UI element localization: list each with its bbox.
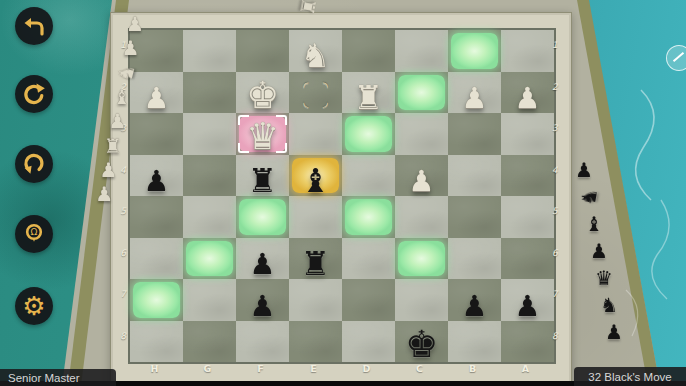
square-f6[interactable]: ♟ [236, 238, 289, 280]
rank-label-right-2: 2 [552, 82, 568, 92]
file-label-G: G [181, 363, 234, 374]
square-g8[interactable] [183, 321, 236, 363]
captured-black-B-2: ♝ [585, 214, 603, 234]
brush-icon[interactable] [666, 45, 686, 71]
square-c2[interactable] [395, 72, 448, 114]
rank-label-left-6: 6 [110, 248, 126, 258]
square-c5[interactable] [395, 196, 448, 238]
turn-left-arrow-icon [22, 14, 46, 38]
gear-icon: ⚙ [22, 293, 45, 319]
legal-move-highlight-h7 [133, 282, 180, 318]
piece-bP-h4[interactable]: ♟ [130, 155, 183, 197]
square-h7[interactable] [130, 279, 183, 321]
captured-black-P-3: ♟ [590, 241, 608, 261]
square-a1[interactable] [501, 30, 554, 72]
piece-bR-f4[interactable]: ♜ [236, 155, 289, 197]
rank-label-right-4: 4 [552, 165, 568, 175]
square-a8[interactable] [501, 321, 554, 363]
rank-label-left-5: 5 [110, 206, 126, 216]
last-move-marker-e2: ◜◝◟◞ [296, 79, 335, 107]
legal-move-highlight-b1 [451, 33, 498, 69]
square-h4[interactable]: ♟ [130, 155, 183, 197]
captured-white-P-6: ♟ [100, 160, 118, 180]
square-f4[interactable]: ♜ [236, 155, 289, 197]
rank-label-left-7: 7 [110, 289, 126, 299]
captured-white-R-5: ♜ [104, 136, 122, 156]
file-label-D: D [340, 363, 393, 374]
square-a2[interactable]: ♟ [501, 72, 554, 114]
piece-wP-c4[interactable]: ♟ [395, 155, 448, 197]
chess-3d-app-screen: ♞♟♚◜◝◟◞♜♟♟♛♟♜♝♟♟♜♟♟♟♚ HGFEDCBA1122334455… [0, 0, 686, 386]
square-b2[interactable]: ♟ [448, 72, 501, 114]
undo-curved-arrow-icon [22, 152, 46, 176]
square-h3[interactable] [130, 113, 183, 155]
square-f7[interactable]: ♟ [236, 279, 289, 321]
undo-button[interactable] [15, 145, 53, 183]
piece-wQ-f3[interactable]: ♛ [236, 113, 289, 155]
square-d6[interactable] [342, 238, 395, 280]
square-g6[interactable] [183, 238, 236, 280]
captured-black-Q-4: ♛ [595, 268, 613, 288]
captured-black-N-5: ♞ [600, 295, 618, 315]
chess-board: ♞♟♚◜◝◟◞♜♟♟♛♟♜♝♟♟♜♟♟♟♚ [128, 28, 556, 364]
square-g2[interactable] [183, 72, 236, 114]
captured-white-P-7: ♟ [95, 184, 113, 204]
square-b3[interactable] [448, 113, 501, 155]
captured-black-N-1: ♞ [578, 186, 601, 207]
move-indicator-label: 32 Black's Move [588, 371, 671, 383]
file-label-A: A [499, 363, 552, 374]
legal-move-highlight-c6 [398, 241, 445, 277]
piece-wP-h2[interactable]: ♟ [130, 72, 183, 114]
hint-button[interactable]: Ω [15, 215, 53, 253]
marker-arc-icon: ◝ [316, 79, 336, 94]
piece-bR-e6[interactable]: ♜ [289, 238, 342, 280]
square-b6[interactable] [448, 238, 501, 280]
captured-white-P-1: ♟ [122, 38, 140, 58]
square-h5[interactable] [130, 196, 183, 238]
square-g5[interactable] [183, 196, 236, 238]
square-d5[interactable] [342, 196, 395, 238]
square-a7[interactable]: ♟ [501, 279, 554, 321]
square-b5[interactable] [448, 196, 501, 238]
square-e3[interactable] [289, 113, 342, 155]
player-level-label: Senior Master [8, 372, 80, 384]
piece-wK-f2[interactable]: ♚ [236, 72, 289, 114]
marker-arc-icon: ◞ [316, 94, 336, 109]
rank-label-right-3: 3 [552, 123, 568, 133]
piece-bP-b7[interactable]: ♟ [448, 279, 501, 321]
square-h6[interactable] [130, 238, 183, 280]
square-f2[interactable]: ♚ [236, 72, 289, 114]
square-d7[interactable] [342, 279, 395, 321]
legal-move-highlight-d3 [345, 116, 392, 152]
file-label-F: F [234, 363, 287, 374]
square-d1[interactable] [342, 30, 395, 72]
file-label-B: B [446, 363, 499, 374]
square-d8[interactable] [342, 321, 395, 363]
captured-white-B-3: ♝ [113, 87, 131, 107]
svg-text:Ω: Ω [31, 227, 38, 237]
piece-bK-c8[interactable]: ♚ [395, 321, 448, 363]
square-b8[interactable] [448, 321, 501, 363]
square-f1[interactable] [236, 30, 289, 72]
captured-black-P-0: ♟ [575, 160, 593, 180]
legal-move-highlight-g6 [186, 241, 233, 277]
square-c8[interactable]: ♚ [395, 321, 448, 363]
square-e8[interactable] [289, 321, 342, 363]
file-label-H: H [128, 363, 181, 374]
square-h8[interactable] [130, 321, 183, 363]
square-c7[interactable] [395, 279, 448, 321]
square-d3[interactable] [342, 113, 395, 155]
captured-white-P-4: ♟ [108, 111, 126, 131]
square-g1[interactable] [183, 30, 236, 72]
piece-bP-a7[interactable]: ♟ [501, 279, 554, 321]
piece-wP-a2[interactable]: ♟ [501, 72, 554, 114]
square-c4[interactable]: ♟ [395, 155, 448, 197]
move-indicator-badge: 32 Black's Move [574, 367, 686, 386]
back-button[interactable] [15, 7, 53, 45]
square-g4[interactable] [183, 155, 236, 197]
player-level-badge: Senior Master [0, 369, 116, 386]
square-b1[interactable] [448, 30, 501, 72]
legal-move-highlight-d5 [345, 199, 392, 235]
captured-white-P-0: ♟ [126, 14, 144, 34]
square-c6[interactable] [395, 238, 448, 280]
rank-label-right-8: 8 [552, 331, 568, 341]
square-e7[interactable] [289, 279, 342, 321]
square-c3[interactable] [395, 113, 448, 155]
legal-move-highlight-f5 [239, 199, 286, 235]
redo-button[interactable] [15, 75, 53, 113]
captured-black-P-6: ♟ [605, 322, 623, 342]
square-a5[interactable] [501, 196, 554, 238]
square-f3[interactable]: ♛ [236, 113, 289, 155]
square-g7[interactable] [183, 279, 236, 321]
square-e1[interactable]: ♞ [289, 30, 342, 72]
piece-wP-b2[interactable]: ♟ [448, 72, 501, 114]
square-e2[interactable]: ◜◝◟◞ [289, 72, 342, 114]
square-e6[interactable]: ♜ [289, 238, 342, 280]
square-a3[interactable] [501, 113, 554, 155]
square-h2[interactable]: ♟ [130, 72, 183, 114]
square-g3[interactable] [183, 113, 236, 155]
lightbulb-icon: Ω [22, 222, 46, 246]
legal-move-highlight-c2 [398, 75, 445, 111]
marker-arc-icon: ◜ [296, 79, 316, 94]
square-b4[interactable] [448, 155, 501, 197]
piece-bP-f6[interactable]: ♟ [236, 238, 289, 280]
settings-button[interactable]: ⚙ [15, 287, 53, 325]
rank-label-right-1: 1 [552, 40, 568, 50]
piece-wR-d2[interactable]: ♜ [342, 72, 395, 114]
redo-circular-arrow-icon [22, 82, 46, 106]
square-a4[interactable] [501, 155, 554, 197]
rank-label-right-6: 6 [552, 248, 568, 258]
square-f5[interactable] [236, 196, 289, 238]
file-label-E: E [287, 363, 340, 374]
piece-bP-f7[interactable]: ♟ [236, 279, 289, 321]
square-b7[interactable]: ♟ [448, 279, 501, 321]
square-e5[interactable] [289, 196, 342, 238]
rank-label-right-7: 7 [552, 289, 568, 299]
marker-arc-icon: ◟ [296, 94, 316, 109]
rank-label-left-8: 8 [110, 331, 126, 341]
file-label-C: C [393, 363, 446, 374]
square-a6[interactable] [501, 238, 554, 280]
square-c1[interactable] [395, 30, 448, 72]
piece-wN-e1[interactable]: ♞ [289, 30, 342, 72]
square-d4[interactable] [342, 155, 395, 197]
square-e4[interactable]: ♝ [289, 155, 342, 197]
piece-bB-e4[interactable]: ♝ [289, 155, 342, 197]
square-d2[interactable]: ♜ [342, 72, 395, 114]
rank-label-right-5: 5 [552, 206, 568, 216]
square-f8[interactable] [236, 321, 289, 363]
